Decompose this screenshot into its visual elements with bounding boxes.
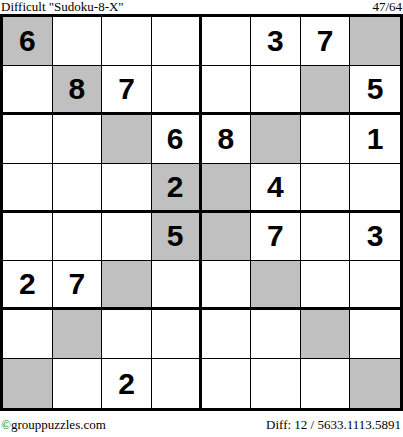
cell-r5c5[interactable]: [202, 213, 252, 262]
cell-r1c3[interactable]: [102, 17, 152, 66]
cell-r5c7[interactable]: [301, 213, 351, 262]
cell-r1c7[interactable]: 7: [301, 17, 351, 66]
header: Difficult "Sudoku-8-X" 47/64: [0, 0, 403, 14]
cell-r5c6[interactable]: 7: [251, 213, 301, 262]
cell-r8c6[interactable]: [251, 359, 301, 408]
cell-r6c8[interactable]: [350, 261, 400, 310]
cell-r1c4[interactable]: [152, 17, 202, 66]
cell-r2c7[interactable]: [301, 66, 351, 115]
copyright-icon: ©: [1, 417, 11, 432]
cell-r5c1[interactable]: [3, 213, 53, 262]
cell-r4c3[interactable]: [102, 164, 152, 213]
sudoku-board: 63787568124573272: [0, 14, 403, 411]
cell-r2c3[interactable]: 7: [102, 66, 152, 115]
cell-r2c2[interactable]: 8: [53, 66, 103, 115]
cell-r7c4[interactable]: [152, 310, 202, 359]
cell-r2c5[interactable]: [202, 66, 252, 115]
progress-counter: 47/64: [372, 0, 402, 14]
cell-r8c2[interactable]: [53, 359, 103, 408]
cell-r2c4[interactable]: [152, 66, 202, 115]
cell-r1c8[interactable]: [350, 17, 400, 66]
cell-r6c6[interactable]: [251, 261, 301, 310]
cell-r3c6[interactable]: [251, 115, 301, 164]
cell-r1c2[interactable]: [53, 17, 103, 66]
cell-r8c7[interactable]: [301, 359, 351, 408]
cell-r8c5[interactable]: [202, 359, 252, 408]
cell-r7c7[interactable]: [301, 310, 351, 359]
cell-r2c6[interactable]: [251, 66, 301, 115]
cell-r3c5[interactable]: 8: [202, 115, 252, 164]
cell-r8c1[interactable]: [3, 359, 53, 408]
cell-r6c5[interactable]: [202, 261, 252, 310]
cell-r2c8[interactable]: 5: [350, 66, 400, 115]
cell-r3c7[interactable]: [301, 115, 351, 164]
puzzle-title: Difficult "Sudoku-8-X": [1, 0, 124, 14]
cell-r1c1[interactable]: 6: [3, 17, 53, 66]
cell-r7c8[interactable]: [350, 310, 400, 359]
cell-r8c8[interactable]: [350, 359, 400, 408]
cell-r3c8[interactable]: 1: [350, 115, 400, 164]
cell-r5c8[interactable]: 3: [350, 213, 400, 262]
cell-r3c4[interactable]: 6: [152, 115, 202, 164]
cell-r4c7[interactable]: [301, 164, 351, 213]
cell-r1c6[interactable]: 3: [251, 17, 301, 66]
cell-r6c4[interactable]: [152, 261, 202, 310]
cell-r5c2[interactable]: [53, 213, 103, 262]
cell-r6c7[interactable]: [301, 261, 351, 310]
cell-r1c5[interactable]: [202, 17, 252, 66]
cell-r8c3[interactable]: 2: [102, 359, 152, 408]
cell-r7c5[interactable]: [202, 310, 252, 359]
cell-r7c6[interactable]: [251, 310, 301, 359]
cell-r4c6[interactable]: 4: [251, 164, 301, 213]
cell-r7c3[interactable]: [102, 310, 152, 359]
copyright-site-label: grouppuzzles.com: [11, 417, 106, 432]
cell-r4c8[interactable]: [350, 164, 400, 213]
cell-r2c1[interactable]: [3, 66, 53, 115]
copyright: ©grouppuzzles.com: [1, 417, 106, 433]
cell-r7c2[interactable]: [53, 310, 103, 359]
cell-r3c3[interactable]: [102, 115, 152, 164]
cell-r5c4[interactable]: 5: [152, 213, 202, 262]
footer: ©grouppuzzles.com Diff: 12 / 5633.1113.5…: [0, 411, 403, 437]
cell-r6c1[interactable]: 2: [3, 261, 53, 310]
cell-r7c1[interactable]: [3, 310, 53, 359]
cell-r4c5[interactable]: [202, 164, 252, 213]
cell-r3c1[interactable]: [3, 115, 53, 164]
cell-r4c4[interactable]: 2: [152, 164, 202, 213]
cell-r5c3[interactable]: [102, 213, 152, 262]
cell-r3c2[interactable]: [53, 115, 103, 164]
cell-r6c3[interactable]: [102, 261, 152, 310]
difficulty-rating: Diff: 12 / 5633.1113.5891: [266, 417, 401, 433]
cell-r4c1[interactable]: [3, 164, 53, 213]
cell-r8c4[interactable]: [152, 359, 202, 408]
puzzle-page: Difficult "Sudoku-8-X" 47/64 63787568124…: [0, 0, 403, 437]
cell-r4c2[interactable]: [53, 164, 103, 213]
cell-r6c2[interactable]: 7: [53, 261, 103, 310]
